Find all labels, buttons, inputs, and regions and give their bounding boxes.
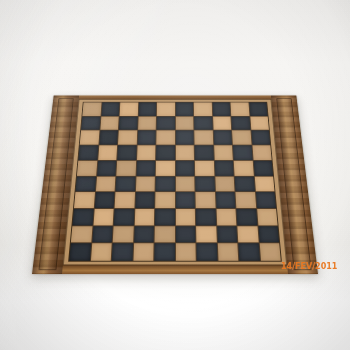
square (99, 131, 118, 145)
square (255, 192, 276, 208)
square (236, 209, 257, 225)
square (137, 131, 156, 145)
square (82, 102, 101, 115)
square (175, 244, 195, 261)
square (214, 145, 233, 159)
checkers-board (32, 96, 318, 274)
square (217, 244, 238, 261)
square (249, 102, 268, 115)
square (212, 102, 230, 115)
square (175, 209, 195, 225)
square (214, 161, 233, 176)
square (251, 131, 270, 145)
square (71, 226, 92, 243)
square (76, 176, 96, 191)
square (194, 102, 212, 115)
square (93, 209, 114, 225)
square (175, 145, 194, 159)
square (215, 176, 235, 191)
square (156, 161, 175, 176)
square (231, 116, 250, 130)
square (92, 226, 113, 243)
square (252, 145, 272, 159)
square (196, 244, 217, 261)
square (117, 145, 136, 159)
square (196, 209, 216, 225)
square (194, 116, 212, 130)
square (217, 226, 238, 243)
square (133, 244, 154, 261)
square (175, 226, 195, 243)
square (115, 192, 135, 208)
square (77, 161, 97, 176)
square (97, 161, 117, 176)
square (118, 131, 137, 145)
square (95, 176, 115, 191)
square (175, 192, 194, 208)
square (134, 226, 154, 243)
square (155, 176, 174, 191)
square (257, 209, 278, 225)
square (231, 102, 249, 115)
square (194, 131, 213, 145)
square (101, 102, 119, 115)
square (115, 176, 135, 191)
square (253, 161, 273, 176)
board-grid (68, 102, 282, 262)
board-center (62, 96, 288, 274)
square (195, 192, 215, 208)
square (238, 244, 259, 261)
square (175, 102, 193, 115)
square (135, 192, 155, 208)
watermark-date: 14/FEV/2011 (281, 262, 337, 271)
square (120, 102, 138, 115)
square (235, 192, 255, 208)
square (113, 226, 134, 243)
square (72, 209, 93, 225)
board-face (63, 100, 287, 265)
square (215, 192, 235, 208)
square (114, 209, 134, 225)
square (154, 244, 174, 261)
square (258, 226, 279, 243)
square (134, 209, 154, 225)
square (213, 131, 232, 145)
square (135, 176, 154, 191)
square (136, 161, 155, 176)
square (90, 244, 111, 261)
square (155, 192, 174, 208)
square (112, 244, 133, 261)
square (157, 116, 175, 130)
photo-background: 14/FEV/2011 (0, 0, 350, 350)
square (155, 209, 175, 225)
square (235, 176, 255, 191)
square (69, 244, 91, 261)
square (94, 192, 114, 208)
square (98, 145, 117, 159)
square (155, 226, 175, 243)
square (233, 145, 252, 159)
square (116, 161, 135, 176)
square (119, 116, 137, 130)
square (259, 244, 281, 261)
square (250, 116, 269, 130)
square (137, 145, 156, 159)
square (196, 226, 216, 243)
square (100, 116, 119, 130)
square (156, 145, 175, 159)
square (138, 102, 156, 115)
square (175, 131, 193, 145)
square (80, 131, 99, 145)
square (213, 116, 231, 130)
square (234, 161, 254, 176)
square (156, 131, 174, 145)
square (254, 176, 274, 191)
square (195, 161, 214, 176)
square (74, 192, 95, 208)
square (216, 209, 236, 225)
square (195, 176, 214, 191)
square (175, 176, 194, 191)
square (78, 145, 98, 159)
square (138, 116, 156, 130)
square (232, 131, 251, 145)
square (175, 116, 193, 130)
board-frame-bottom (62, 265, 288, 274)
square (157, 102, 175, 115)
square (237, 226, 258, 243)
square (175, 161, 194, 176)
square (81, 116, 100, 130)
square (195, 145, 214, 159)
